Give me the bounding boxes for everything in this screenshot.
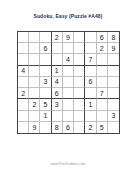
- sudoku-cell-r5c6: [74, 77, 85, 88]
- sudoku-cell-r3c7: 7: [85, 54, 96, 65]
- sudoku-cell-r5c4: 4: [52, 77, 63, 88]
- sudoku-cell-r4c5: [63, 66, 74, 77]
- sudoku-cell-r9c2: 9: [29, 122, 40, 133]
- sudoku-cell-r3c6: [74, 54, 85, 65]
- sudoku-cell-r8c3: 1: [40, 111, 51, 122]
- sudoku-cell-r5c2: [29, 77, 40, 88]
- sudoku-cell-r2c4: [52, 43, 63, 54]
- sudoku-cell-r4c9: [108, 66, 119, 77]
- sudoku-cell-r7c9: [108, 99, 119, 110]
- sudoku-cell-r6c5: [63, 88, 74, 99]
- sudoku-cell-r7c4: 3: [52, 99, 63, 110]
- sudoku-cell-r2c1: [18, 43, 29, 54]
- sudoku-cell-r9c1: [18, 122, 29, 133]
- sudoku-cell-r5c9: [108, 77, 119, 88]
- sudoku-cell-r6c3: [40, 88, 51, 99]
- sudoku-cell-r9c8: 5: [97, 122, 108, 133]
- sudoku-cell-r8c1: [18, 111, 29, 122]
- sudoku-cell-r9c3: [40, 122, 51, 133]
- sudoku-cell-r2c6: [74, 43, 85, 54]
- sudoku-cell-r7c7: 1: [85, 99, 96, 110]
- sudoku-cell-r1c2: [29, 32, 40, 43]
- sudoku-cell-r4c4: 1: [52, 66, 63, 77]
- sudoku-cell-r7c8: [97, 99, 108, 110]
- sudoku-cell-r6c8: 7: [97, 88, 108, 99]
- sudoku-cell-r5c8: [97, 77, 108, 88]
- sudoku-cell-r4c3: [40, 66, 51, 77]
- sudoku-cell-r1c7: [85, 32, 96, 43]
- sudoku-cell-r7c2: 2: [29, 99, 40, 110]
- sudoku-cell-r8c9: 3: [108, 111, 119, 122]
- sudoku-cell-r9c7: 2: [85, 122, 96, 133]
- sudoku-cell-r4c1: 4: [18, 66, 29, 77]
- sudoku-cell-r1c6: [74, 32, 85, 43]
- sudoku-cell-r2c8: 2: [97, 43, 108, 54]
- sudoku-cell-r6c1: 2: [18, 88, 29, 99]
- sudoku-cell-r9c5: 6: [63, 122, 74, 133]
- sudoku-cell-r5c5: [63, 77, 74, 88]
- sudoku-cell-r9c9: [108, 122, 119, 133]
- sudoku-sheet: Sudoku, Easy (Puzzle #A48) 2968629474134…: [0, 0, 136, 176]
- sudoku-cell-r3c8: [97, 54, 108, 65]
- sudoku-cell-r2c5: [63, 43, 74, 54]
- sudoku-cell-r6c4: 6: [52, 88, 63, 99]
- sudoku-cell-r2c3: 6: [40, 43, 51, 54]
- page-title: Sudoku, Easy (Puzzle #A48): [0, 13, 136, 19]
- sudoku-cell-r3c1: [18, 54, 29, 65]
- sudoku-cell-r1c4: 2: [52, 32, 63, 43]
- sudoku-cell-r8c5: [63, 111, 74, 122]
- sudoku-cell-r7c5: [63, 99, 74, 110]
- sudoku-cell-r6c2: [29, 88, 40, 99]
- sudoku-cell-r3c9: [108, 54, 119, 65]
- sudoku-cell-r2c9: 9: [108, 43, 119, 54]
- sudoku-cell-r6c6: [74, 88, 85, 99]
- sudoku-cell-r3c3: [40, 54, 51, 65]
- sudoku-cell-r5c7: 6: [85, 77, 96, 88]
- sudoku-cell-r8c8: [97, 111, 108, 122]
- sudoku-cell-r6c7: [85, 88, 96, 99]
- sudoku-cell-r7c6: [74, 99, 85, 110]
- sudoku-cell-r4c6: [74, 66, 85, 77]
- sudoku-cell-r1c8: 6: [97, 32, 108, 43]
- sudoku-cell-r2c7: [85, 43, 96, 54]
- sudoku-cell-r7c1: [18, 99, 29, 110]
- sudoku-cell-r1c9: 8: [108, 32, 119, 43]
- sudoku-cell-r7c3: 5: [40, 99, 51, 110]
- sudoku-cell-r8c6: [74, 111, 85, 122]
- sudoku-cell-r1c5: 9: [63, 32, 74, 43]
- sudoku-cell-r1c3: [40, 32, 51, 43]
- footer-url: www.PrintSudoku.com: [0, 162, 136, 166]
- sudoku-cell-r9c6: [74, 122, 85, 133]
- sudoku-cell-r4c2: [29, 66, 40, 77]
- sudoku-cell-r5c1: [18, 77, 29, 88]
- sudoku-cell-r3c2: [29, 54, 40, 65]
- sudoku-cell-r1c1: [18, 32, 29, 43]
- sudoku-cell-r8c4: [52, 111, 63, 122]
- sudoku-cell-r6c9: [108, 88, 119, 99]
- sudoku-board: 2968629474134626725311398625: [17, 31, 120, 134]
- sudoku-cell-r4c7: [85, 66, 96, 77]
- sudoku-cell-r4c8: [97, 66, 108, 77]
- sudoku-cell-r8c7: [85, 111, 96, 122]
- sudoku-cell-r9c4: 8: [52, 122, 63, 133]
- sudoku-cell-r8c2: [29, 111, 40, 122]
- sudoku-cell-r5c3: 3: [40, 77, 51, 88]
- sudoku-cell-r3c4: [52, 54, 63, 65]
- sudoku-cell-r3c5: 4: [63, 54, 74, 65]
- sudoku-cell-r2c2: [29, 43, 40, 54]
